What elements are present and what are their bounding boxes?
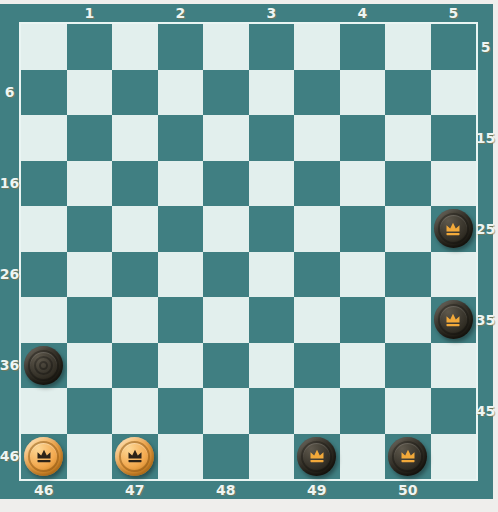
crown-icon <box>126 448 144 464</box>
white-king-piece[interactable] <box>115 437 154 476</box>
left-coordinate-label: 6 <box>5 85 15 99</box>
square-46[interactable] <box>21 434 67 480</box>
square-38[interactable] <box>203 343 249 389</box>
square-9[interactable] <box>294 70 340 116</box>
square-24[interactable] <box>340 206 386 252</box>
square-43[interactable] <box>249 388 295 434</box>
square-41[interactable] <box>67 388 113 434</box>
square-47[interactable] <box>112 434 158 480</box>
light-square <box>203 24 249 70</box>
piece-ring <box>28 350 59 381</box>
crown-icon <box>35 448 53 464</box>
light-square <box>294 24 340 70</box>
square-3[interactable] <box>249 24 295 70</box>
square-34[interactable] <box>340 297 386 343</box>
light-square <box>294 115 340 161</box>
square-25[interactable] <box>431 206 477 252</box>
left-coordinate-label: 46 <box>0 449 19 463</box>
light-square <box>158 434 204 480</box>
left-coordinate-label: 16 <box>0 176 19 190</box>
light-square <box>385 24 431 70</box>
light-square <box>340 434 386 480</box>
square-31[interactable] <box>67 297 113 343</box>
light-square <box>112 388 158 434</box>
right-coordinate-label: 25 <box>476 222 495 236</box>
top-coordinate-label: 1 <box>84 6 94 20</box>
light-square <box>340 252 386 298</box>
light-square <box>67 252 113 298</box>
draughts-board <box>19 22 478 481</box>
light-square <box>249 70 295 116</box>
light-square <box>158 252 204 298</box>
square-10[interactable] <box>385 70 431 116</box>
light-square <box>340 343 386 389</box>
board-frame <box>0 4 493 499</box>
light-square <box>21 388 67 434</box>
left-coordinate-label: 26 <box>0 267 19 281</box>
light-square <box>340 70 386 116</box>
right-coordinate-label: 5 <box>481 40 491 54</box>
light-square <box>249 252 295 298</box>
square-29[interactable] <box>294 252 340 298</box>
light-square <box>203 297 249 343</box>
light-square <box>431 70 477 116</box>
square-22[interactable] <box>158 206 204 252</box>
square-1[interactable] <box>67 24 113 70</box>
square-16[interactable] <box>21 161 67 207</box>
square-40[interactable] <box>385 343 431 389</box>
bottom-coordinate-label: 48 <box>216 483 235 497</box>
square-2[interactable] <box>158 24 204 70</box>
square-12[interactable] <box>158 115 204 161</box>
light-square <box>112 206 158 252</box>
top-coordinate-label: 3 <box>266 6 276 20</box>
light-square <box>21 24 67 70</box>
square-36[interactable] <box>21 343 67 389</box>
screenshot-stage: 123454647484950616263646515253545 <box>0 0 498 512</box>
light-square <box>158 70 204 116</box>
square-17[interactable] <box>112 161 158 207</box>
light-square <box>431 343 477 389</box>
light-square <box>203 388 249 434</box>
bottom-coordinate-label: 50 <box>398 483 417 497</box>
light-square <box>21 115 67 161</box>
square-48[interactable] <box>203 434 249 480</box>
square-33[interactable] <box>249 297 295 343</box>
crown-icon <box>399 448 417 464</box>
light-square <box>385 297 431 343</box>
square-18[interactable] <box>203 161 249 207</box>
square-11[interactable] <box>67 115 113 161</box>
light-square <box>340 161 386 207</box>
crown-icon <box>308 448 326 464</box>
light-square <box>249 161 295 207</box>
light-square <box>203 115 249 161</box>
light-square <box>158 343 204 389</box>
square-21[interactable] <box>67 206 113 252</box>
light-square <box>67 434 113 480</box>
light-square <box>158 161 204 207</box>
light-square <box>21 297 67 343</box>
black-king-piece[interactable] <box>434 209 473 248</box>
square-27[interactable] <box>112 252 158 298</box>
light-square <box>294 388 340 434</box>
light-square <box>385 206 431 252</box>
piece-ring <box>34 356 53 375</box>
light-square <box>112 297 158 343</box>
square-4[interactable] <box>340 24 386 70</box>
square-37[interactable] <box>112 343 158 389</box>
square-39[interactable] <box>294 343 340 389</box>
light-square <box>203 206 249 252</box>
light-square <box>431 161 477 207</box>
right-coordinate-label: 15 <box>476 131 495 145</box>
light-square <box>294 297 340 343</box>
top-coordinate-label: 4 <box>357 6 367 20</box>
square-23[interactable] <box>249 206 295 252</box>
square-44[interactable] <box>340 388 386 434</box>
square-7[interactable] <box>112 70 158 116</box>
bottom-coordinate-label: 46 <box>34 483 53 497</box>
light-square <box>249 434 295 480</box>
square-8[interactable] <box>203 70 249 116</box>
square-19[interactable] <box>294 161 340 207</box>
left-coordinate-label: 36 <box>0 358 19 372</box>
light-square <box>294 206 340 252</box>
square-45[interactable] <box>431 388 477 434</box>
square-20[interactable] <box>385 161 431 207</box>
square-50[interactable] <box>385 434 431 480</box>
right-coordinate-label: 35 <box>476 313 495 327</box>
square-13[interactable] <box>249 115 295 161</box>
square-42[interactable] <box>158 388 204 434</box>
square-15[interactable] <box>431 115 477 161</box>
crown-icon <box>444 312 462 328</box>
light-square <box>431 434 477 480</box>
light-square <box>431 252 477 298</box>
square-28[interactable] <box>203 252 249 298</box>
top-coordinate-label: 2 <box>175 6 185 20</box>
square-5[interactable] <box>431 24 477 70</box>
black-king-piece[interactable] <box>297 437 336 476</box>
black-king-piece[interactable] <box>434 300 473 339</box>
crown-icon <box>444 221 462 237</box>
light-square <box>249 343 295 389</box>
light-square <box>112 115 158 161</box>
light-square <box>385 115 431 161</box>
bottom-coordinate-label: 49 <box>307 483 326 497</box>
light-square <box>67 343 113 389</box>
light-square <box>67 70 113 116</box>
square-35[interactable] <box>431 297 477 343</box>
piece-ring <box>39 361 48 370</box>
light-square <box>112 24 158 70</box>
black-king-piece[interactable] <box>388 437 427 476</box>
square-14[interactable] <box>340 115 386 161</box>
black-man-piece[interactable] <box>24 346 63 385</box>
bottom-coordinate-label: 47 <box>125 483 144 497</box>
right-coordinate-label: 45 <box>476 404 495 418</box>
light-square <box>385 388 431 434</box>
white-king-piece[interactable] <box>24 437 63 476</box>
light-square <box>21 206 67 252</box>
square-49[interactable] <box>294 434 340 480</box>
square-26[interactable] <box>21 252 67 298</box>
square-30[interactable] <box>385 252 431 298</box>
square-32[interactable] <box>158 297 204 343</box>
light-square <box>67 161 113 207</box>
top-coordinate-label: 5 <box>448 6 458 20</box>
square-6[interactable] <box>21 70 67 116</box>
